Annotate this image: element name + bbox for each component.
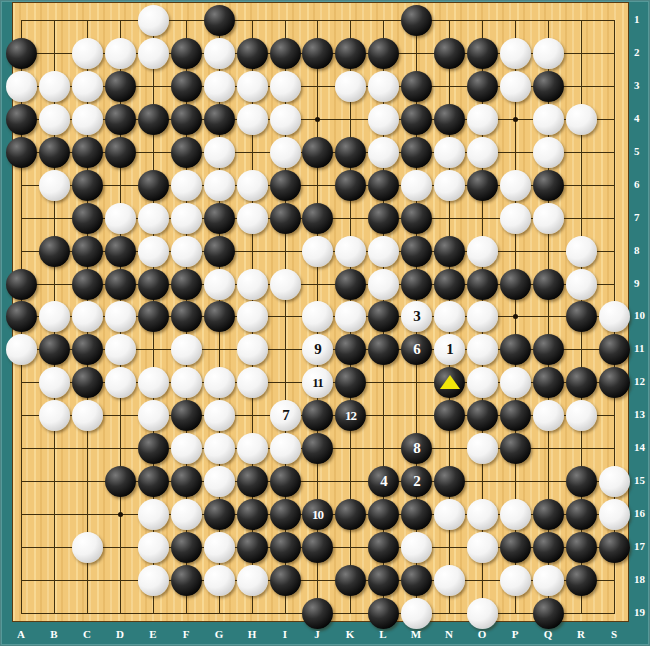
intersection-L1[interactable]: [367, 4, 400, 37]
intersection-Q5[interactable]: [532, 136, 565, 169]
intersection-Q12[interactable]: [532, 366, 565, 399]
intersection-A16[interactable]: [5, 498, 38, 531]
intersection-N9[interactable]: [433, 268, 466, 301]
intersection-R16[interactable]: [565, 498, 598, 531]
intersection-I13[interactable]: 7: [269, 399, 302, 432]
intersection-I19[interactable]: [269, 597, 302, 630]
intersection-A5[interactable]: [5, 136, 38, 169]
intersection-B5[interactable]: [38, 136, 71, 169]
intersection-P19[interactable]: [499, 597, 532, 630]
intersection-H18[interactable]: [236, 564, 269, 597]
intersection-D4[interactable]: [104, 103, 137, 136]
intersection-P5[interactable]: [499, 136, 532, 169]
intersection-E17[interactable]: [137, 531, 170, 564]
intersection-C1[interactable]: [71, 4, 104, 37]
intersection-S18[interactable]: [598, 564, 631, 597]
intersection-B16[interactable]: [38, 498, 71, 531]
intersection-G3[interactable]: [203, 70, 236, 103]
intersection-M11[interactable]: 6: [400, 333, 433, 366]
intersection-B9[interactable]: [38, 268, 71, 301]
intersection-S16[interactable]: [598, 498, 631, 531]
intersection-M8[interactable]: [400, 235, 433, 268]
intersection-S8[interactable]: [598, 235, 631, 268]
intersection-O18[interactable]: [466, 564, 499, 597]
intersection-J8[interactable]: [301, 235, 334, 268]
intersection-D16[interactable]: [104, 498, 137, 531]
intersection-S2[interactable]: [598, 37, 631, 70]
intersection-N12[interactable]: [433, 366, 466, 399]
intersection-F17[interactable]: [170, 531, 203, 564]
intersection-F15[interactable]: [170, 465, 203, 498]
intersection-D14[interactable]: [104, 432, 137, 465]
intersection-M1[interactable]: [400, 4, 433, 37]
intersection-F13[interactable]: [170, 399, 203, 432]
intersection-C16[interactable]: [71, 498, 104, 531]
intersection-F3[interactable]: [170, 70, 203, 103]
intersection-K6[interactable]: [334, 169, 367, 202]
intersection-K2[interactable]: [334, 37, 367, 70]
intersection-A13[interactable]: [5, 399, 38, 432]
intersection-I12[interactable]: [269, 366, 302, 399]
intersection-Q18[interactable]: [532, 564, 565, 597]
intersection-H19[interactable]: [236, 597, 269, 630]
intersection-J16[interactable]: 10: [301, 498, 334, 531]
intersection-J2[interactable]: [301, 37, 334, 70]
intersection-K5[interactable]: [334, 136, 367, 169]
intersection-I11[interactable]: [269, 333, 302, 366]
intersection-J19[interactable]: [301, 597, 334, 630]
intersection-D3[interactable]: [104, 70, 137, 103]
intersection-O1[interactable]: [466, 4, 499, 37]
intersection-H5[interactable]: [236, 136, 269, 169]
intersection-A7[interactable]: [5, 202, 38, 235]
intersection-G18[interactable]: [203, 564, 236, 597]
intersection-P17[interactable]: [499, 531, 532, 564]
intersection-A4[interactable]: [5, 103, 38, 136]
intersection-A11[interactable]: [5, 333, 38, 366]
intersection-I18[interactable]: [269, 564, 302, 597]
intersection-H9[interactable]: [236, 268, 269, 301]
intersection-K19[interactable]: [334, 597, 367, 630]
intersection-N13[interactable]: [433, 399, 466, 432]
intersection-S10[interactable]: [598, 300, 631, 333]
intersection-C11[interactable]: [71, 333, 104, 366]
intersection-S5[interactable]: [598, 136, 631, 169]
intersection-P3[interactable]: [499, 70, 532, 103]
intersection-N11[interactable]: 1: [433, 333, 466, 366]
intersection-K13[interactable]: 12: [334, 399, 367, 432]
intersection-R11[interactable]: [565, 333, 598, 366]
intersection-M13[interactable]: [400, 399, 433, 432]
intersection-R14[interactable]: [565, 432, 598, 465]
intersection-I16[interactable]: [269, 498, 302, 531]
intersection-Q4[interactable]: [532, 103, 565, 136]
intersection-M14[interactable]: 8: [400, 432, 433, 465]
intersection-C14[interactable]: [71, 432, 104, 465]
intersection-E11[interactable]: [137, 333, 170, 366]
intersection-L19[interactable]: [367, 597, 400, 630]
intersection-H2[interactable]: [236, 37, 269, 70]
intersection-C17[interactable]: [71, 531, 104, 564]
intersection-G5[interactable]: [203, 136, 236, 169]
intersection-A6[interactable]: [5, 169, 38, 202]
intersection-S4[interactable]: [598, 103, 631, 136]
intersection-O15[interactable]: [466, 465, 499, 498]
intersection-M7[interactable]: [400, 202, 433, 235]
intersection-Q7[interactable]: [532, 202, 565, 235]
intersection-D1[interactable]: [104, 4, 137, 37]
intersection-M10[interactable]: 3: [400, 300, 433, 333]
intersection-S19[interactable]: [598, 597, 631, 630]
intersection-S14[interactable]: [598, 432, 631, 465]
intersection-Q14[interactable]: [532, 432, 565, 465]
intersection-P4[interactable]: [499, 103, 532, 136]
intersection-A2[interactable]: [5, 37, 38, 70]
intersection-E2[interactable]: [137, 37, 170, 70]
intersection-B12[interactable]: [38, 366, 71, 399]
intersection-R13[interactable]: [565, 399, 598, 432]
intersection-A9[interactable]: [5, 268, 38, 301]
intersection-L3[interactable]: [367, 70, 400, 103]
intersection-J14[interactable]: [301, 432, 334, 465]
intersection-F4[interactable]: [170, 103, 203, 136]
intersection-D2[interactable]: [104, 37, 137, 70]
intersection-S1[interactable]: [598, 4, 631, 37]
intersection-I6[interactable]: [269, 169, 302, 202]
intersection-M3[interactable]: [400, 70, 433, 103]
intersection-C13[interactable]: [71, 399, 104, 432]
intersection-I4[interactable]: [269, 103, 302, 136]
intersection-S11[interactable]: [598, 333, 631, 366]
intersection-D11[interactable]: [104, 333, 137, 366]
intersection-F8[interactable]: [170, 235, 203, 268]
intersection-S12[interactable]: [598, 366, 631, 399]
intersection-M12[interactable]: [400, 366, 433, 399]
intersection-K3[interactable]: [334, 70, 367, 103]
intersection-M4[interactable]: [400, 103, 433, 136]
intersection-E5[interactable]: [137, 136, 170, 169]
intersection-N4[interactable]: [433, 103, 466, 136]
intersection-P18[interactable]: [499, 564, 532, 597]
intersection-J10[interactable]: [301, 300, 334, 333]
intersection-P2[interactable]: [499, 37, 532, 70]
intersection-R4[interactable]: [565, 103, 598, 136]
intersection-N16[interactable]: [433, 498, 466, 531]
intersection-E14[interactable]: [137, 432, 170, 465]
intersection-S9[interactable]: [598, 268, 631, 301]
intersection-G11[interactable]: [203, 333, 236, 366]
intersection-A10[interactable]: [5, 300, 38, 333]
intersection-D6[interactable]: [104, 169, 137, 202]
intersection-E13[interactable]: [137, 399, 170, 432]
intersection-B19[interactable]: [38, 597, 71, 630]
intersection-K9[interactable]: [334, 268, 367, 301]
intersection-H11[interactable]: [236, 333, 269, 366]
intersection-F19[interactable]: [170, 597, 203, 630]
intersection-P11[interactable]: [499, 333, 532, 366]
intersection-N19[interactable]: [433, 597, 466, 630]
intersection-Q13[interactable]: [532, 399, 565, 432]
intersection-D19[interactable]: [104, 597, 137, 630]
intersection-I2[interactable]: [269, 37, 302, 70]
intersection-K18[interactable]: [334, 564, 367, 597]
intersection-E9[interactable]: [137, 268, 170, 301]
intersection-E16[interactable]: [137, 498, 170, 531]
intersection-G16[interactable]: [203, 498, 236, 531]
intersection-B1[interactable]: [38, 4, 71, 37]
intersection-D18[interactable]: [104, 564, 137, 597]
intersection-Q16[interactable]: [532, 498, 565, 531]
intersection-R18[interactable]: [565, 564, 598, 597]
intersection-E4[interactable]: [137, 103, 170, 136]
intersection-P16[interactable]: [499, 498, 532, 531]
intersection-H12[interactable]: [236, 366, 269, 399]
intersection-Q3[interactable]: [532, 70, 565, 103]
intersection-N2[interactable]: [433, 37, 466, 70]
intersection-J15[interactable]: [301, 465, 334, 498]
intersection-O11[interactable]: [466, 333, 499, 366]
intersection-M6[interactable]: [400, 169, 433, 202]
intersection-H15[interactable]: [236, 465, 269, 498]
intersection-B18[interactable]: [38, 564, 71, 597]
intersection-M9[interactable]: [400, 268, 433, 301]
intersection-A15[interactable]: [5, 465, 38, 498]
intersection-O8[interactable]: [466, 235, 499, 268]
intersection-D8[interactable]: [104, 235, 137, 268]
intersection-R5[interactable]: [565, 136, 598, 169]
intersection-Q15[interactable]: [532, 465, 565, 498]
intersection-B4[interactable]: [38, 103, 71, 136]
intersection-Q8[interactable]: [532, 235, 565, 268]
intersection-L11[interactable]: [367, 333, 400, 366]
intersection-I14[interactable]: [269, 432, 302, 465]
intersection-O13[interactable]: [466, 399, 499, 432]
intersection-H3[interactable]: [236, 70, 269, 103]
intersection-C10[interactable]: [71, 300, 104, 333]
intersection-H10[interactable]: [236, 300, 269, 333]
intersection-I15[interactable]: [269, 465, 302, 498]
intersection-I9[interactable]: [269, 268, 302, 301]
intersection-F7[interactable]: [170, 202, 203, 235]
intersection-F9[interactable]: [170, 268, 203, 301]
intersection-G14[interactable]: [203, 432, 236, 465]
intersection-Q17[interactable]: [532, 531, 565, 564]
intersection-B10[interactable]: [38, 300, 71, 333]
intersection-K14[interactable]: [334, 432, 367, 465]
intersection-L5[interactable]: [367, 136, 400, 169]
intersection-E15[interactable]: [137, 465, 170, 498]
intersection-F10[interactable]: [170, 300, 203, 333]
intersection-N3[interactable]: [433, 70, 466, 103]
intersection-O17[interactable]: [466, 531, 499, 564]
intersection-J7[interactable]: [301, 202, 334, 235]
intersection-R3[interactable]: [565, 70, 598, 103]
intersection-A17[interactable]: [5, 531, 38, 564]
intersection-O12[interactable]: [466, 366, 499, 399]
intersection-N10[interactable]: [433, 300, 466, 333]
intersection-L14[interactable]: [367, 432, 400, 465]
intersection-K15[interactable]: [334, 465, 367, 498]
intersection-F14[interactable]: [170, 432, 203, 465]
intersection-J3[interactable]: [301, 70, 334, 103]
intersection-O6[interactable]: [466, 169, 499, 202]
intersection-E3[interactable]: [137, 70, 170, 103]
intersection-R9[interactable]: [565, 268, 598, 301]
intersection-I3[interactable]: [269, 70, 302, 103]
intersection-M16[interactable]: [400, 498, 433, 531]
intersection-Q2[interactable]: [532, 37, 565, 70]
intersection-K16[interactable]: [334, 498, 367, 531]
intersection-L4[interactable]: [367, 103, 400, 136]
intersection-Q10[interactable]: [532, 300, 565, 333]
intersection-C2[interactable]: [71, 37, 104, 70]
intersection-A3[interactable]: [5, 70, 38, 103]
intersection-G19[interactable]: [203, 597, 236, 630]
intersection-A18[interactable]: [5, 564, 38, 597]
intersection-J17[interactable]: [301, 531, 334, 564]
intersection-L13[interactable]: [367, 399, 400, 432]
intersection-M19[interactable]: [400, 597, 433, 630]
intersection-G10[interactable]: [203, 300, 236, 333]
intersection-B13[interactable]: [38, 399, 71, 432]
intersection-E8[interactable]: [137, 235, 170, 268]
intersection-G6[interactable]: [203, 169, 236, 202]
intersection-P6[interactable]: [499, 169, 532, 202]
intersection-K10[interactable]: [334, 300, 367, 333]
intersection-I8[interactable]: [269, 235, 302, 268]
intersection-G15[interactable]: [203, 465, 236, 498]
intersection-D17[interactable]: [104, 531, 137, 564]
intersection-C12[interactable]: [71, 366, 104, 399]
intersection-R17[interactable]: [565, 531, 598, 564]
intersection-B17[interactable]: [38, 531, 71, 564]
intersection-J1[interactable]: [301, 4, 334, 37]
intersection-F18[interactable]: [170, 564, 203, 597]
intersection-G8[interactable]: [203, 235, 236, 268]
intersection-N7[interactable]: [433, 202, 466, 235]
intersection-K7[interactable]: [334, 202, 367, 235]
intersection-A8[interactable]: [5, 235, 38, 268]
intersection-J13[interactable]: [301, 399, 334, 432]
intersection-G17[interactable]: [203, 531, 236, 564]
intersection-K8[interactable]: [334, 235, 367, 268]
intersection-K4[interactable]: [334, 103, 367, 136]
intersection-Q1[interactable]: [532, 4, 565, 37]
intersection-A1[interactable]: [5, 4, 38, 37]
intersection-C7[interactable]: [71, 202, 104, 235]
intersection-F5[interactable]: [170, 136, 203, 169]
intersection-P13[interactable]: [499, 399, 532, 432]
intersection-F12[interactable]: [170, 366, 203, 399]
intersection-C4[interactable]: [71, 103, 104, 136]
intersection-F11[interactable]: [170, 333, 203, 366]
intersection-N5[interactable]: [433, 136, 466, 169]
intersection-J18[interactable]: [301, 564, 334, 597]
intersection-E10[interactable]: [137, 300, 170, 333]
intersection-O7[interactable]: [466, 202, 499, 235]
intersection-G2[interactable]: [203, 37, 236, 70]
intersection-H17[interactable]: [236, 531, 269, 564]
intersection-M15[interactable]: 2: [400, 465, 433, 498]
intersection-R8[interactable]: [565, 235, 598, 268]
intersection-B11[interactable]: [38, 333, 71, 366]
intersection-F16[interactable]: [170, 498, 203, 531]
intersection-K17[interactable]: [334, 531, 367, 564]
intersection-O14[interactable]: [466, 432, 499, 465]
intersection-M18[interactable]: [400, 564, 433, 597]
intersection-L10[interactable]: [367, 300, 400, 333]
intersection-G9[interactable]: [203, 268, 236, 301]
intersection-J4[interactable]: [301, 103, 334, 136]
intersection-P1[interactable]: [499, 4, 532, 37]
intersection-Q19[interactable]: [532, 597, 565, 630]
intersection-B2[interactable]: [38, 37, 71, 70]
intersection-L18[interactable]: [367, 564, 400, 597]
intersection-R2[interactable]: [565, 37, 598, 70]
intersection-R12[interactable]: [565, 366, 598, 399]
intersection-G13[interactable]: [203, 399, 236, 432]
intersection-O16[interactable]: [466, 498, 499, 531]
intersection-E12[interactable]: [137, 366, 170, 399]
intersection-E7[interactable]: [137, 202, 170, 235]
intersection-Q11[interactable]: [532, 333, 565, 366]
intersection-C8[interactable]: [71, 235, 104, 268]
intersection-D15[interactable]: [104, 465, 137, 498]
intersection-G12[interactable]: [203, 366, 236, 399]
intersection-H4[interactable]: [236, 103, 269, 136]
intersection-H7[interactable]: [236, 202, 269, 235]
intersection-C3[interactable]: [71, 70, 104, 103]
intersection-L8[interactable]: [367, 235, 400, 268]
intersection-I17[interactable]: [269, 531, 302, 564]
intersection-R7[interactable]: [565, 202, 598, 235]
intersection-P7[interactable]: [499, 202, 532, 235]
intersection-S6[interactable]: [598, 169, 631, 202]
intersection-F1[interactable]: [170, 4, 203, 37]
intersection-N6[interactable]: [433, 169, 466, 202]
intersection-I1[interactable]: [269, 4, 302, 37]
intersection-Q9[interactable]: [532, 268, 565, 301]
intersection-N15[interactable]: [433, 465, 466, 498]
intersection-B6[interactable]: [38, 169, 71, 202]
intersection-J12[interactable]: 11: [301, 366, 334, 399]
intersection-S3[interactable]: [598, 70, 631, 103]
intersection-R15[interactable]: [565, 465, 598, 498]
intersection-N17[interactable]: [433, 531, 466, 564]
intersection-D7[interactable]: [104, 202, 137, 235]
intersection-M17[interactable]: [400, 531, 433, 564]
intersection-C15[interactable]: [71, 465, 104, 498]
intersection-L16[interactable]: [367, 498, 400, 531]
intersection-O5[interactable]: [466, 136, 499, 169]
intersection-J6[interactable]: [301, 169, 334, 202]
intersection-K1[interactable]: [334, 4, 367, 37]
intersection-P10[interactable]: [499, 300, 532, 333]
intersection-S17[interactable]: [598, 531, 631, 564]
intersection-H8[interactable]: [236, 235, 269, 268]
intersection-E19[interactable]: [137, 597, 170, 630]
intersection-O3[interactable]: [466, 70, 499, 103]
intersection-B15[interactable]: [38, 465, 71, 498]
intersection-J11[interactable]: 9: [301, 333, 334, 366]
intersection-D5[interactable]: [104, 136, 137, 169]
intersection-N14[interactable]: [433, 432, 466, 465]
intersection-R1[interactable]: [565, 4, 598, 37]
intersection-P8[interactable]: [499, 235, 532, 268]
intersection-B3[interactable]: [38, 70, 71, 103]
intersection-I5[interactable]: [269, 136, 302, 169]
intersection-C6[interactable]: [71, 169, 104, 202]
